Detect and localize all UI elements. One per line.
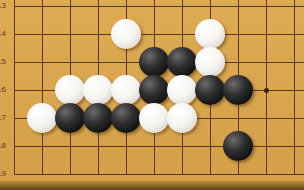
row-label: 14 [0,30,6,38]
black-stone [139,75,169,105]
black-stone [195,75,225,105]
black-stone [167,47,197,77]
white-stone [139,103,169,133]
star-point [264,88,269,93]
white-stone [55,75,85,105]
white-stone [111,75,141,105]
grid-line-horizontal [14,174,304,175]
white-stone [167,103,197,133]
grid-line-horizontal [14,34,304,35]
board-bottom-edge [0,181,304,190]
white-stone [111,19,141,49]
white-stone [195,47,225,77]
black-stone [55,103,85,133]
grid-line-horizontal [14,6,304,7]
row-label: 19 [0,170,6,178]
row-label: 17 [0,114,6,122]
white-stone [195,19,225,49]
go-board[interactable]: 13141516171819 [0,0,304,181]
row-label: 13 [0,2,6,10]
grid-line-vertical [14,0,15,175]
black-stone [83,103,113,133]
black-stone [139,47,169,77]
row-label: 15 [0,58,6,66]
go-app-screenshot: 13141516171819 [0,0,304,190]
grid-line-vertical [42,0,43,175]
white-stone [167,75,197,105]
grid-line-horizontal [14,146,304,147]
black-stone [111,103,141,133]
black-stone [223,75,253,105]
row-label: 16 [0,86,6,94]
grid-line-vertical [294,0,295,175]
row-label: 18 [0,142,6,150]
white-stone [27,103,57,133]
white-stone [83,75,113,105]
black-stone [223,131,253,161]
